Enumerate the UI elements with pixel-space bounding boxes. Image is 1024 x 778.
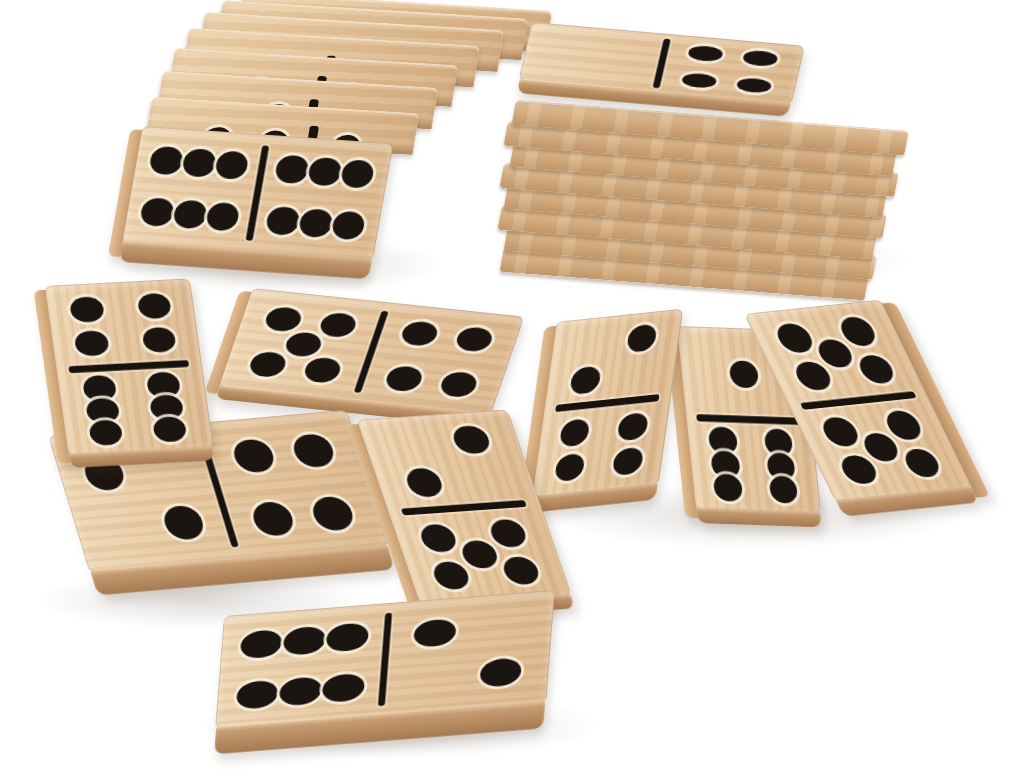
pip [819,416,863,447]
scene [0,0,1024,778]
pip [768,476,799,504]
pip [403,468,446,498]
pip [854,353,898,384]
pip [136,292,172,319]
domino-half-2 [544,309,684,410]
pip [148,146,184,176]
pip [773,323,817,354]
domino-6-2[interactable] [215,590,555,729]
domino-face [44,278,214,455]
pip [139,197,175,227]
pip [837,454,881,485]
pip [88,419,124,446]
pip [214,150,250,180]
pip [298,208,334,238]
pip [399,320,441,347]
pip [450,424,493,454]
pip [307,157,343,187]
pip [290,433,337,469]
pip [430,560,473,590]
pip [172,199,208,229]
pip [791,360,835,391]
pip [570,366,602,395]
pip [322,672,366,702]
pip [626,323,658,352]
pip [438,371,480,398]
pip [735,77,772,94]
pip [274,154,310,184]
pip [458,539,501,569]
pip [500,555,543,585]
pip [279,676,323,706]
pip [152,416,188,443]
pip [383,365,425,392]
pip [282,626,326,656]
pip [263,305,305,332]
pip [687,45,724,62]
domino-half-6 [247,135,393,261]
pip [554,453,586,482]
domino-6-6[interactable] [121,126,393,260]
pip [417,523,460,553]
pip [413,618,457,648]
domino-2-4-upright[interactable] [531,309,683,498]
pip [900,447,944,478]
pip [230,438,277,474]
pip [247,351,289,378]
pip [612,447,644,476]
domino-half-4 [44,278,202,370]
pip [69,296,105,323]
pip [236,679,280,709]
pip [728,360,759,388]
domino-5-4[interactable] [218,288,525,416]
pip [181,148,217,178]
pip [282,331,324,358]
domino-4-6[interactable] [44,278,214,455]
pip [205,202,241,232]
domino-half-6 [215,603,389,729]
pip [160,504,207,540]
wood-edge [696,508,822,527]
pip [309,496,356,532]
pip [479,658,523,688]
pip [558,418,590,447]
pip [249,501,296,537]
domino-half-4 [531,396,671,497]
pip [317,311,359,338]
domino-half-2 [381,590,555,716]
pip [74,330,110,357]
pip [326,623,370,653]
pip [742,50,779,67]
domino-half-6 [56,363,214,455]
pip [453,325,495,352]
pip [330,210,366,240]
pip [487,518,530,548]
pip [681,72,718,89]
pip [617,412,649,441]
pip [141,326,177,353]
pip [339,159,375,189]
pip [301,357,343,384]
domino-0-4[interactable] [518,22,805,105]
pip [713,474,744,502]
pip [239,629,283,659]
domino-face [121,126,393,260]
pip [265,206,301,236]
